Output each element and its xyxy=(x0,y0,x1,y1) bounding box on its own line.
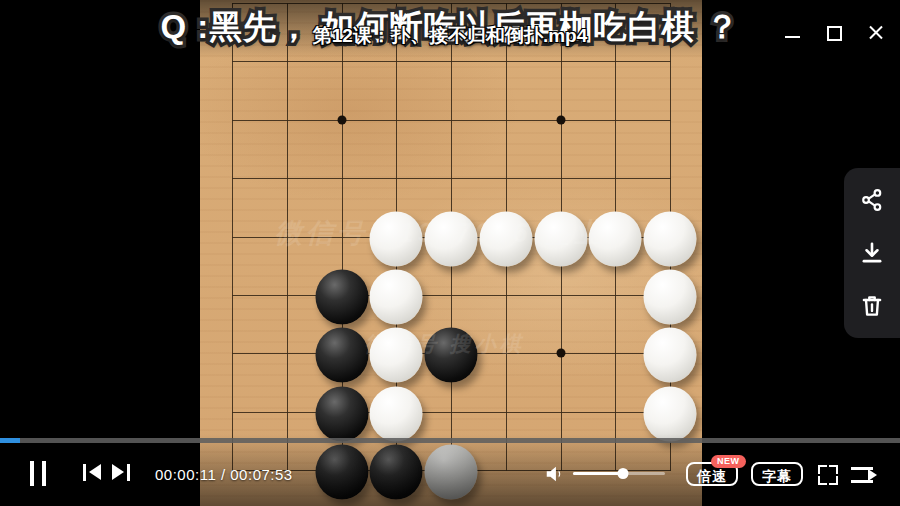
stone-white xyxy=(644,270,697,325)
pause-button[interactable] xyxy=(28,461,48,486)
stone-white xyxy=(534,211,587,266)
stone-black xyxy=(315,328,368,383)
progress-bar[interactable] xyxy=(0,438,900,443)
volume-fill xyxy=(573,472,623,475)
minimize-icon[interactable] xyxy=(785,36,800,38)
star-point xyxy=(556,349,565,358)
previous-button[interactable] xyxy=(83,464,101,481)
stone-black xyxy=(315,270,368,325)
stone-white xyxy=(425,211,478,266)
maximize-icon[interactable] xyxy=(827,26,842,41)
stone-white xyxy=(370,328,423,383)
stone-white xyxy=(370,270,423,325)
board-grid[interactable] xyxy=(232,3,671,471)
stone-white xyxy=(589,211,642,266)
action-panel xyxy=(844,168,900,338)
progress-fill xyxy=(0,438,20,443)
volume-knob[interactable] xyxy=(617,468,628,479)
download-icon[interactable] xyxy=(859,240,885,266)
volume-icon[interactable] xyxy=(544,463,566,489)
subtitle-button[interactable]: 字幕 xyxy=(751,462,803,486)
go-board: 微信号 21937646 签业 微信号 搜小棋 xyxy=(200,0,702,506)
next-button[interactable] xyxy=(112,464,130,481)
stone-black xyxy=(425,328,478,383)
stone-white xyxy=(370,211,423,266)
close-icon[interactable] xyxy=(868,25,883,40)
stone-white xyxy=(644,211,697,266)
share-icon[interactable] xyxy=(859,187,885,213)
video-frame: 微信号 21937646 签业 微信号 搜小棋 Q :黑先， 如何断吃以后再枷吃… xyxy=(0,0,900,506)
fullscreen-icon[interactable] xyxy=(818,465,838,485)
stone-white xyxy=(644,328,697,383)
video-title: 第12课：扑、接不归和倒扑.mp4 xyxy=(0,23,900,49)
star-point xyxy=(556,115,565,124)
time-display: 00:00:11 / 00:07:53 xyxy=(155,466,293,483)
delete-icon[interactable] xyxy=(859,293,885,319)
star-point xyxy=(337,115,346,124)
new-badge: NEW xyxy=(711,455,746,468)
playlist-icon[interactable] xyxy=(851,466,873,484)
volume-slider[interactable] xyxy=(573,472,665,475)
stone-white xyxy=(479,211,532,266)
